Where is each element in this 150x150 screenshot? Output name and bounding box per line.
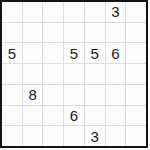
cell-r5c4[interactable] [85,106,105,126]
cell-r1c0[interactable] [2,23,22,43]
cell-r0c2[interactable] [43,2,63,22]
cell-r2c6[interactable] [126,43,146,63]
cell-r5c5[interactable] [106,106,126,126]
cell-r6c2[interactable] [43,126,63,146]
cell-r3c4[interactable] [85,64,105,84]
cell-r2c5[interactable]: 6 [106,43,126,63]
cell-r4c1[interactable]: 8 [23,85,43,105]
cell-r0c1[interactable] [23,2,43,22]
cell-r6c3[interactable] [64,126,84,146]
cell-r6c4[interactable]: 3 [85,126,105,146]
cell-r2c0[interactable]: 5 [2,43,22,63]
cell-r4c2[interactable] [43,85,63,105]
cell-r3c1[interactable] [23,64,43,84]
cell-r4c3[interactable] [64,85,84,105]
cell-r4c6[interactable] [126,85,146,105]
cell-r6c5[interactable] [106,126,126,146]
puzzle-board: 35556863 [0,0,148,148]
cell-r1c5[interactable] [106,23,126,43]
cell-r0c6[interactable] [126,2,146,22]
cell-r4c0[interactable] [2,85,22,105]
cell-r0c0[interactable] [2,2,22,22]
cell-r1c4[interactable] [85,23,105,43]
cell-r3c6[interactable] [126,64,146,84]
cell-r2c2[interactable] [43,43,63,63]
cell-r0c5[interactable]: 3 [106,2,126,22]
cell-r4c4[interactable] [85,85,105,105]
cell-r5c6[interactable] [126,106,146,126]
cell-r6c6[interactable] [126,126,146,146]
cell-r1c1[interactable] [23,23,43,43]
cell-r6c0[interactable] [2,126,22,146]
cell-r1c6[interactable] [126,23,146,43]
cell-r2c3[interactable]: 5 [64,43,84,63]
cell-r0c4[interactable] [85,2,105,22]
cell-r2c1[interactable] [23,43,43,63]
cell-r3c3[interactable] [64,64,84,84]
cell-r3c2[interactable] [43,64,63,84]
cell-r1c2[interactable] [43,23,63,43]
cell-r5c1[interactable] [23,106,43,126]
cell-r0c3[interactable] [64,2,84,22]
cell-r3c0[interactable] [2,64,22,84]
cell-r1c3[interactable] [64,23,84,43]
cell-r5c2[interactable] [43,106,63,126]
cell-r5c0[interactable] [2,106,22,126]
cell-r6c1[interactable] [23,126,43,146]
cell-r5c3[interactable]: 6 [64,106,84,126]
cell-r2c4[interactable]: 5 [85,43,105,63]
cell-r3c5[interactable] [106,64,126,84]
cell-r4c5[interactable] [106,85,126,105]
